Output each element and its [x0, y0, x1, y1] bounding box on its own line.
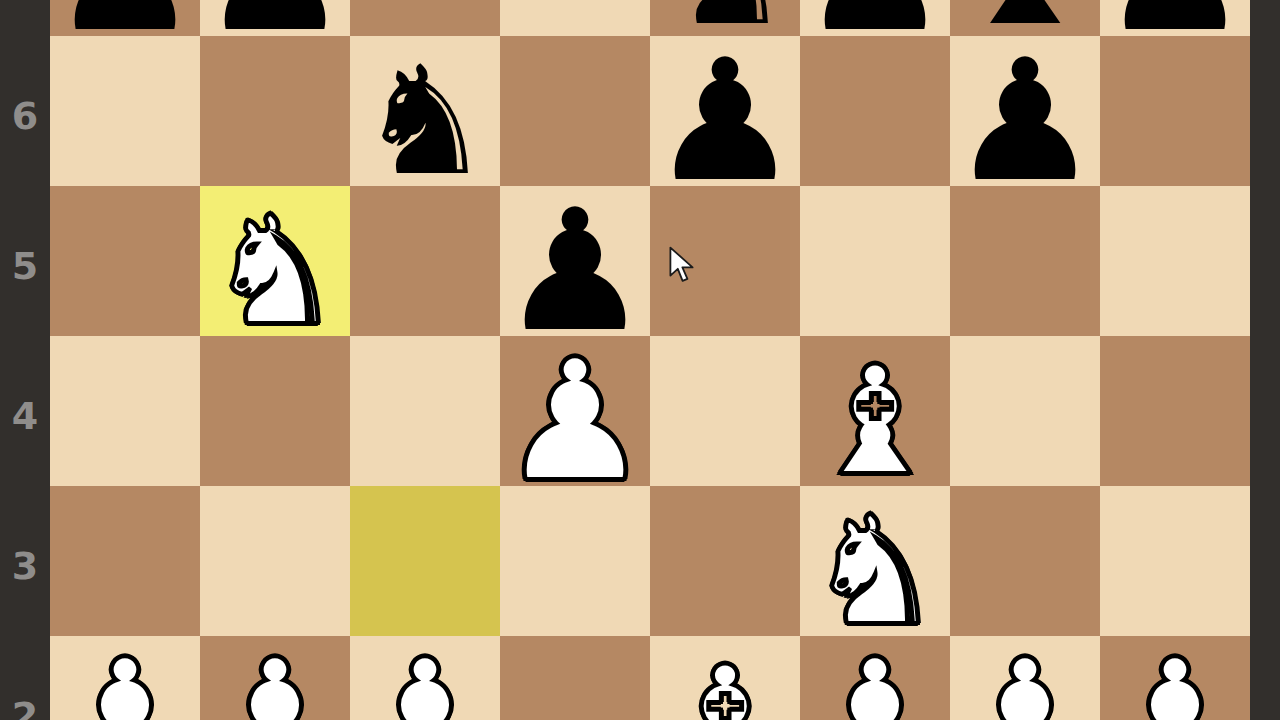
square-a5[interactable] — [50, 186, 200, 336]
square-b2[interactable]: ♟ — [200, 636, 350, 720]
white-knight[interactable]: ♞ — [208, 196, 342, 346]
square-h6[interactable] — [1100, 36, 1250, 186]
white-pawn[interactable]: ♟ — [500, 346, 651, 496]
white-pawn[interactable]: ♟ — [50, 646, 201, 720]
square-d5[interactable]: ♟ — [500, 186, 650, 336]
square-b7[interactable]: ♟ — [200, 0, 350, 36]
chess-app-viewport: ♟♟♞♟♝♟♞♟♟♞♟♟♝♞♟♟♟♝♟♟♟ 65432 — [0, 0, 1280, 720]
white-pawn[interactable]: ♟ — [350, 646, 501, 720]
white-pawn[interactable]: ♟ — [200, 646, 351, 720]
white-pawn[interactable]: ♟ — [1100, 646, 1251, 720]
white-bishop[interactable]: ♝ — [658, 646, 792, 720]
square-c3[interactable] — [350, 486, 500, 636]
square-d6[interactable] — [500, 36, 650, 186]
square-h3[interactable] — [1100, 486, 1250, 636]
square-h2[interactable]: ♟ — [1100, 636, 1250, 720]
black-pawn[interactable]: ♟ — [950, 46, 1101, 196]
chess-board: ♟♟♞♟♝♟♞♟♟♞♟♟♝♞♟♟♟♝♟♟♟ — [50, 0, 1250, 720]
square-f6[interactable] — [800, 36, 950, 186]
black-knight[interactable]: ♞ — [358, 46, 492, 196]
square-d3[interactable] — [500, 486, 650, 636]
square-a7[interactable]: ♟ — [50, 0, 200, 36]
white-bishop[interactable]: ♝ — [808, 346, 942, 496]
square-b5[interactable]: ♞ — [200, 186, 350, 336]
black-pawn[interactable]: ♟ — [650, 46, 801, 196]
square-c7[interactable] — [350, 0, 500, 36]
square-e6[interactable]: ♟ — [650, 36, 800, 186]
rank-label-5: 5 — [0, 246, 50, 286]
square-b3[interactable] — [200, 486, 350, 636]
square-a2[interactable]: ♟ — [50, 636, 200, 720]
white-pawn[interactable]: ♟ — [800, 646, 951, 720]
square-e3[interactable] — [650, 486, 800, 636]
square-a4[interactable] — [50, 336, 200, 486]
rank-label-6: 6 — [0, 96, 50, 136]
cursor-arrow-icon — [668, 246, 695, 285]
right-rail — [1250, 0, 1280, 720]
square-a3[interactable] — [50, 486, 200, 636]
white-pawn[interactable]: ♟ — [950, 646, 1101, 720]
square-c6[interactable]: ♞ — [350, 36, 500, 186]
mouse-cursor — [668, 246, 695, 289]
square-h5[interactable] — [1100, 186, 1250, 336]
square-h7[interactable]: ♟ — [1100, 0, 1250, 36]
square-b4[interactable] — [200, 336, 350, 486]
rank-label-2: 2 — [0, 696, 50, 720]
square-a6[interactable] — [50, 36, 200, 186]
rank-label-3: 3 — [0, 546, 50, 586]
square-b6[interactable] — [200, 36, 350, 186]
square-c2[interactable]: ♟ — [350, 636, 500, 720]
square-f3[interactable]: ♞ — [800, 486, 950, 636]
square-f7[interactable]: ♟ — [800, 0, 950, 36]
square-g5[interactable] — [950, 186, 1100, 336]
square-d4[interactable]: ♟ — [500, 336, 650, 486]
square-f5[interactable] — [800, 186, 950, 336]
square-d2[interactable] — [500, 636, 650, 720]
square-e2[interactable]: ♝ — [650, 636, 800, 720]
square-g4[interactable] — [950, 336, 1100, 486]
square-g3[interactable] — [950, 486, 1100, 636]
square-c4[interactable] — [350, 336, 500, 486]
square-f4[interactable]: ♝ — [800, 336, 950, 486]
square-g6[interactable]: ♟ — [950, 36, 1100, 186]
square-c5[interactable] — [350, 186, 500, 336]
square-g2[interactable]: ♟ — [950, 636, 1100, 720]
square-e4[interactable] — [650, 336, 800, 486]
square-d7[interactable] — [500, 0, 650, 36]
square-h4[interactable] — [1100, 336, 1250, 486]
rank-label-4: 4 — [0, 396, 50, 436]
square-f2[interactable]: ♟ — [800, 636, 950, 720]
